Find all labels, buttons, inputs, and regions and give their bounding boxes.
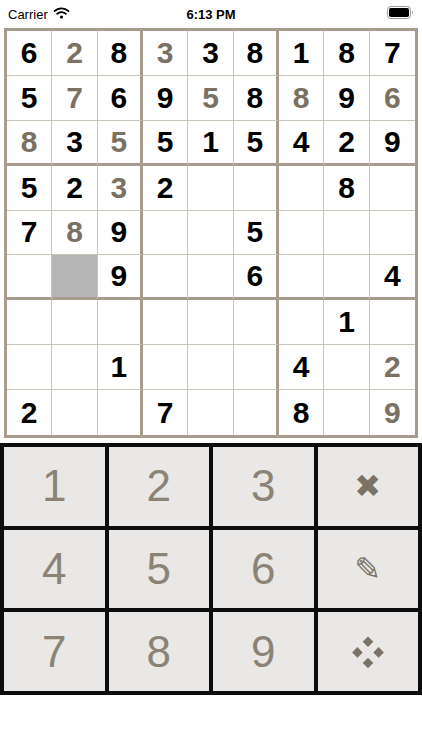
cell-r5c3[interactable]: 9	[98, 211, 143, 256]
cell-r7c6[interactable]	[234, 300, 279, 345]
cell-r4c6[interactable]	[234, 166, 279, 211]
cell-r5c7[interactable]	[279, 211, 324, 256]
cell-r3c7[interactable]: 4	[279, 121, 324, 166]
cell-r5c6[interactable]: 5	[234, 211, 279, 256]
cell-r3c5[interactable]: 1	[188, 121, 233, 166]
cell-r6c1[interactable]	[7, 255, 52, 300]
cell-r7c8[interactable]: 1	[324, 300, 369, 345]
cell-r3c2[interactable]: 3	[52, 121, 97, 166]
quad-diamond-icon	[350, 634, 386, 670]
cell-r3c6[interactable]: 5	[234, 121, 279, 166]
cell-r3c4[interactable]: 5	[143, 121, 188, 166]
cell-r2c6[interactable]: 8	[234, 76, 279, 121]
cell-r1c8[interactable]: 8	[324, 31, 369, 76]
cell-r5c1[interactable]: 7	[7, 211, 52, 256]
key-8[interactable]: 8	[109, 612, 210, 691]
cell-r8c1[interactable]	[7, 345, 52, 390]
cell-r6c8[interactable]	[324, 255, 369, 300]
cell-r7c1[interactable]	[7, 300, 52, 345]
cell-r4c3[interactable]: 3	[98, 166, 143, 211]
cell-r8c3[interactable]: 1	[98, 345, 143, 390]
cell-r7c5[interactable]	[188, 300, 233, 345]
cell-r8c7[interactable]: 4	[279, 345, 324, 390]
key-extras[interactable]	[318, 612, 419, 691]
key-4[interactable]: 4	[4, 530, 105, 609]
cell-r2c3[interactable]: 6	[98, 76, 143, 121]
sudoku-board: 6283381875769588968355154295232878959641…	[4, 28, 418, 438]
cell-r6c6[interactable]: 6	[234, 255, 279, 300]
wifi-icon	[53, 7, 70, 22]
cell-r1c6[interactable]: 8	[234, 31, 279, 76]
battery-icon	[387, 6, 414, 22]
cell-r1c9[interactable]: 7	[370, 31, 415, 76]
cell-r2c8[interactable]: 9	[324, 76, 369, 121]
key-3[interactable]: 3	[213, 447, 314, 526]
cell-r3c8[interactable]: 2	[324, 121, 369, 166]
status-bar: Carrier 6:13 PM	[0, 0, 422, 28]
clock-label: 6:13 PM	[128, 7, 294, 22]
cell-r4c5[interactable]	[188, 166, 233, 211]
cell-r9c1[interactable]: 2	[7, 390, 52, 435]
cell-r9c2[interactable]	[52, 390, 97, 435]
key-9[interactable]: 9	[213, 612, 314, 691]
cell-r3c1[interactable]: 8	[7, 121, 52, 166]
cell-r8c8[interactable]	[324, 345, 369, 390]
cell-r5c4[interactable]	[143, 211, 188, 256]
cell-r8c4[interactable]	[143, 345, 188, 390]
cell-r9c4[interactable]: 7	[143, 390, 188, 435]
cell-r9c3[interactable]	[98, 390, 143, 435]
cell-r1c3[interactable]: 8	[98, 31, 143, 76]
cell-r9c5[interactable]	[188, 390, 233, 435]
key-1[interactable]: 1	[4, 447, 105, 526]
cell-r8c2[interactable]	[52, 345, 97, 390]
key-5[interactable]: 5	[109, 530, 210, 609]
cell-r9c8[interactable]	[324, 390, 369, 435]
cell-r8c9[interactable]: 2	[370, 345, 415, 390]
cell-r5c8[interactable]	[324, 211, 369, 256]
cell-r6c9[interactable]: 4	[370, 255, 415, 300]
cell-r4c9[interactable]	[370, 166, 415, 211]
cell-r7c9[interactable]	[370, 300, 415, 345]
cell-r2c4[interactable]: 9	[143, 76, 188, 121]
cell-r5c5[interactable]	[188, 211, 233, 256]
cell-r2c1[interactable]: 5	[7, 76, 52, 121]
cell-r6c3[interactable]: 9	[98, 255, 143, 300]
cell-r1c1[interactable]: 6	[7, 31, 52, 76]
cell-r1c5[interactable]: 3	[188, 31, 233, 76]
cell-r6c5[interactable]	[188, 255, 233, 300]
cell-r6c4[interactable]	[143, 255, 188, 300]
cell-r8c6[interactable]	[234, 345, 279, 390]
cell-r2c2[interactable]: 7	[52, 76, 97, 121]
cell-r1c2[interactable]: 2	[52, 31, 97, 76]
cell-r6c2[interactable]	[52, 255, 97, 300]
key-7[interactable]: 7	[4, 612, 105, 691]
cell-r2c7[interactable]: 8	[279, 76, 324, 121]
cell-r7c4[interactable]	[143, 300, 188, 345]
cell-r2c5[interactable]: 5	[188, 76, 233, 121]
cell-r3c3[interactable]: 5	[98, 121, 143, 166]
keypad: 123✖456✎789	[0, 443, 422, 695]
cell-r9c7[interactable]: 8	[279, 390, 324, 435]
cell-r2c9[interactable]: 6	[370, 76, 415, 121]
cell-r9c6[interactable]	[234, 390, 279, 435]
cell-r5c9[interactable]	[370, 211, 415, 256]
cell-r4c7[interactable]	[279, 166, 324, 211]
carrier-label: Carrier	[8, 7, 48, 22]
cell-r5c2[interactable]: 8	[52, 211, 97, 256]
cell-r4c4[interactable]: 2	[143, 166, 188, 211]
cell-r7c3[interactable]	[98, 300, 143, 345]
key-clear[interactable]: ✖	[318, 447, 419, 526]
cell-r1c7[interactable]: 1	[279, 31, 324, 76]
cell-r1c4[interactable]: 3	[143, 31, 188, 76]
cell-r4c2[interactable]: 2	[52, 166, 97, 211]
cell-r7c2[interactable]	[52, 300, 97, 345]
cell-r4c8[interactable]: 8	[324, 166, 369, 211]
key-6[interactable]: 6	[213, 530, 314, 609]
cell-r3c9[interactable]: 9	[370, 121, 415, 166]
cell-r4c1[interactable]: 5	[7, 166, 52, 211]
cell-r7c7[interactable]	[279, 300, 324, 345]
key-notes[interactable]: ✎	[318, 530, 419, 609]
key-2[interactable]: 2	[109, 447, 210, 526]
cell-r8c5[interactable]	[188, 345, 233, 390]
cell-r9c9[interactable]: 9	[370, 390, 415, 435]
cell-r6c7[interactable]	[279, 255, 324, 300]
